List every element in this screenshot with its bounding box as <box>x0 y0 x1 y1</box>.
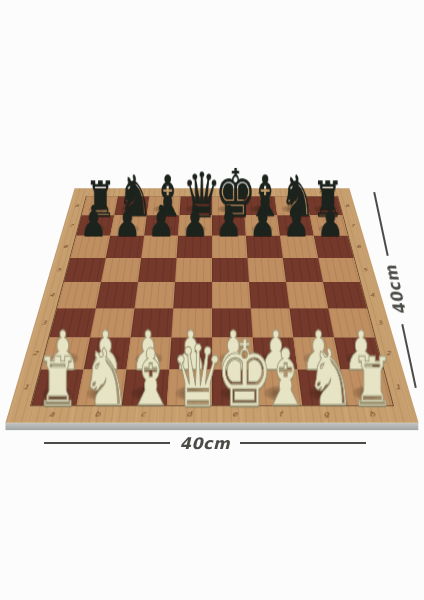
file-label-top-a: a <box>101 191 105 194</box>
square-f5 <box>247 258 286 282</box>
square-h7: ♟ <box>310 215 348 235</box>
board-edge <box>5 423 418 431</box>
height-dimension-line-lower <box>402 324 417 388</box>
rank-label-right-7: 7 <box>350 223 355 227</box>
square-g4 <box>286 282 328 308</box>
height-dimension-line-upper <box>373 192 388 256</box>
square-e7: ♟ <box>212 215 246 235</box>
square-c7: ♟ <box>144 215 179 235</box>
piece-white-knight: ♞ <box>81 339 118 418</box>
square-a4 <box>57 282 101 308</box>
square-b4 <box>96 282 138 308</box>
rank-label-left-6: 6 <box>63 244 68 248</box>
rank-label-left-4: 4 <box>49 292 55 297</box>
square-f1: ♝ <box>255 370 302 406</box>
square-e1: ♚ <box>212 370 257 406</box>
square-d7: ♟ <box>178 215 212 235</box>
square-c1: ♝ <box>122 370 169 406</box>
square-e4 <box>212 282 251 308</box>
piece-white-rook: ♜ <box>36 347 73 416</box>
square-g7: ♟ <box>277 215 314 235</box>
square-c6 <box>141 236 178 258</box>
square-f4 <box>249 282 289 308</box>
square-h6 <box>314 236 354 258</box>
square-e5 <box>212 258 249 282</box>
square-c4 <box>135 282 175 308</box>
file-label-top-c: c <box>164 191 168 194</box>
file-label-top-g: g <box>288 191 292 194</box>
rank-label-left-8: 8 <box>74 204 79 208</box>
square-h4 <box>323 282 367 308</box>
file-label-bottom-h: h <box>368 410 375 417</box>
board-scene: ♜♞♝♛♚♝♞♜♟♟♟♟♟♟♟♟♟♟♟♟♟♟♟♟♜♞♝♛♚♝♞♜ aabbccd… <box>47 117 377 447</box>
piece-white-bishop: ♝ <box>261 339 298 418</box>
file-label-bottom-d: d <box>186 410 192 417</box>
rank-label-right-1: 1 <box>394 384 401 391</box>
square-b5 <box>101 258 141 282</box>
square-d5 <box>175 258 212 282</box>
chess-board: ♜♞♝♛♚♝♞♜♟♟♟♟♟♟♟♟♟♟♟♟♟♟♟♟♜♞♝♛♚♝♞♜ aabbccd… <box>5 188 418 423</box>
square-e6 <box>212 236 247 258</box>
square-a5 <box>64 258 106 282</box>
product-photo: ♜♞♝♛♚♝♞♜♟♟♟♟♟♟♟♟♟♟♟♟♟♟♟♟♜♞♝♛♚♝♞♜ aabbccd… <box>0 0 424 600</box>
piece-white-king: ♚ <box>216 329 253 421</box>
piece-white-knight: ♞ <box>306 339 343 418</box>
square-a6 <box>70 236 110 258</box>
square-f6 <box>246 236 283 258</box>
square-c5 <box>138 258 177 282</box>
square-d1: ♛ <box>167 370 212 406</box>
file-label-top-d: d <box>195 191 199 194</box>
rank-label-right-4: 4 <box>369 292 375 297</box>
width-dimension-label: 40cm <box>180 434 230 453</box>
square-g5 <box>283 258 323 282</box>
rank-label-left-1: 1 <box>23 384 30 391</box>
width-dimension: 40cm <box>44 433 366 453</box>
square-f7: ♟ <box>245 215 280 235</box>
rank-label-left-7: 7 <box>69 223 74 227</box>
file-label-bottom-b: b <box>94 410 101 417</box>
rank-label-right-5: 5 <box>362 267 368 272</box>
file-label-bottom-f: f <box>279 410 283 417</box>
square-a1: ♜ <box>31 370 83 406</box>
file-label-bottom-e: e <box>232 410 238 417</box>
file-label-bottom-g: g <box>323 410 330 417</box>
square-g6 <box>280 236 318 258</box>
square-b6 <box>106 236 144 258</box>
file-label-top-e: e <box>226 191 230 194</box>
rank-label-right-6: 6 <box>356 244 361 248</box>
square-h5 <box>318 258 360 282</box>
piece-white-rook: ♜ <box>351 347 388 416</box>
width-dimension-line-right <box>240 442 366 444</box>
file-label-top-f: f <box>257 191 259 194</box>
piece-white-bishop: ♝ <box>126 339 163 418</box>
square-b1: ♞ <box>77 370 127 406</box>
square-d6 <box>177 236 212 258</box>
square-a7: ♟ <box>76 215 114 235</box>
board-grid: ♜♞♝♛♚♝♞♜♟♟♟♟♟♟♟♟♟♟♟♟♟♟♟♟♜♞♝♛♚♝♞♜ <box>31 196 392 405</box>
file-label-top-b: b <box>132 191 136 194</box>
file-label-bottom-a: a <box>48 410 55 417</box>
width-dimension-line-left <box>44 442 170 444</box>
piece-white-queen: ♛ <box>171 333 208 419</box>
file-label-top-h: h <box>319 191 324 194</box>
file-label-bottom-c: c <box>141 410 146 417</box>
square-d4 <box>173 282 212 308</box>
rank-label-left-5: 5 <box>56 267 62 272</box>
rank-label-right-8: 8 <box>345 204 350 208</box>
square-b7: ♟ <box>110 215 147 235</box>
square-g1: ♞ <box>298 370 348 406</box>
